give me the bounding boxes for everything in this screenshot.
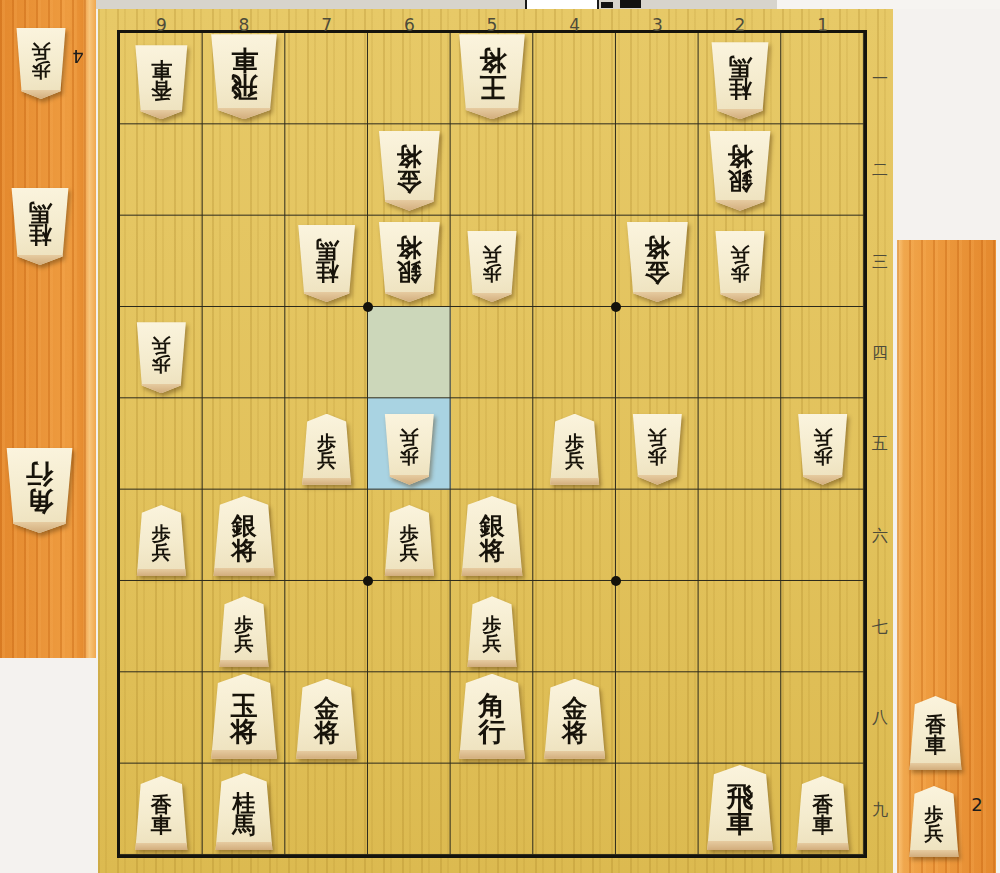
kanji-char: 兵 (483, 246, 502, 265)
file-label-4: 4 (533, 15, 616, 35)
square-68[interactable] (368, 672, 451, 763)
kanji-char: 金 (645, 259, 670, 284)
kanji-char: 歩 (400, 524, 419, 543)
piece-kanji-label: 歩兵 (136, 505, 186, 576)
piece-kanji-label: 銀将 (461, 496, 523, 576)
square-37[interactable] (616, 581, 699, 672)
star-point (363, 576, 373, 586)
square-95[interactable] (120, 398, 203, 489)
piece-gote-king-51[interactable]: 王将 (459, 34, 526, 119)
square-71[interactable] (285, 33, 368, 124)
kanji-char: 将 (562, 721, 587, 746)
square-27[interactable] (699, 581, 782, 672)
kanji-char: 将 (397, 235, 422, 260)
kanji-char: 車 (925, 735, 946, 756)
piece-kanji-label: 歩兵 (715, 231, 765, 302)
piece-sente-silver-56[interactable]: 銀将 (461, 496, 523, 576)
square-24[interactable] (699, 307, 782, 398)
toolbar-kanji-fragment-icon (601, 2, 613, 8)
kanji-char: 車 (812, 815, 833, 836)
piece-kanji-label: 飛車 (707, 765, 774, 850)
kanji-char: 兵 (400, 543, 419, 562)
piece-sente-gold-48[interactable]: 金将 (544, 679, 606, 759)
kanji-char: 将 (232, 539, 257, 564)
hand-count-gote-pawn: 4 (68, 46, 88, 67)
piece-sente-pawn-87[interactable]: 歩兵 (219, 596, 269, 667)
piece-kanji-label: 金将 (544, 679, 606, 759)
square-32[interactable] (616, 124, 699, 215)
piece-kanji-label: 香車 (909, 696, 962, 770)
file-label-6: 6 (368, 15, 451, 35)
square-52[interactable] (451, 124, 534, 215)
rank-label-3: 三 (868, 216, 892, 307)
square-92[interactable] (120, 124, 203, 215)
piece-kanji-label: 銀将 (213, 496, 275, 576)
kanji-char: 将 (314, 721, 339, 746)
square-61[interactable] (368, 33, 451, 124)
piece-gote-knight-21[interactable]: 桂馬 (711, 42, 769, 119)
square-85[interactable] (203, 398, 286, 489)
kanji-char: 歩 (925, 805, 944, 824)
komadai-sente: 香車歩兵2 (897, 240, 996, 873)
kanji-char: 歩 (648, 447, 667, 466)
piece-sente-knight-89[interactable]: 桂馬 (215, 773, 273, 850)
piece-kanji-label: 角行 (6, 448, 73, 533)
square-36[interactable] (616, 490, 699, 581)
square-12[interactable] (781, 124, 864, 215)
square-46[interactable] (533, 490, 616, 581)
square-97[interactable] (120, 581, 203, 672)
kanji-char: 兵 (648, 428, 667, 447)
kanji-char: 銀 (397, 259, 422, 284)
square-13[interactable] (781, 216, 864, 307)
kanji-char: 馬 (233, 814, 256, 837)
piece-gote-pawn-in-hand[interactable]: 歩兵 (16, 28, 66, 99)
kanji-char: 行 (26, 461, 53, 487)
file-label-3: 3 (616, 15, 699, 35)
square-34[interactable] (616, 307, 699, 398)
piece-gote-knight-73[interactable]: 桂馬 (298, 225, 356, 302)
kanji-char: 車 (727, 810, 754, 836)
piece-kanji-label: 歩兵 (467, 596, 517, 667)
file-label-5: 5 (451, 15, 534, 35)
kanji-char: 兵 (152, 543, 171, 562)
kanji-char: 車 (151, 815, 172, 836)
star-point (611, 576, 621, 586)
piece-kanji-label: 香車 (796, 776, 849, 850)
square-25[interactable] (699, 398, 782, 489)
kanji-char: 兵 (813, 428, 832, 447)
piece-kanji-label: 歩兵 (798, 414, 848, 485)
file-label-7: 7 (285, 15, 368, 35)
square-18[interactable] (781, 672, 864, 763)
piece-sente-silver-86[interactable]: 銀将 (213, 496, 275, 576)
kanji-char: 兵 (483, 634, 502, 653)
hand-count-sente-pawn: 2 (967, 794, 987, 815)
piece-kanji-label: 桂馬 (298, 225, 356, 302)
kanji-char: 歩 (152, 524, 171, 543)
square-11[interactable] (781, 33, 864, 124)
toolbar-remnant (96, 0, 1000, 9)
kanji-char: 銀 (728, 168, 753, 193)
piece-gote-gold-62[interactable]: 金将 (378, 131, 440, 211)
piece-gote-lance-91[interactable]: 香車 (135, 45, 188, 119)
toolbar-background-right (777, 0, 1000, 9)
square-31[interactable] (616, 33, 699, 124)
kanji-char: 兵 (731, 246, 750, 265)
kanji-char: 香 (925, 715, 946, 736)
piece-sente-pawn-96[interactable]: 歩兵 (136, 505, 186, 576)
square-42[interactable] (533, 124, 616, 215)
kanji-char: 角 (26, 488, 53, 514)
square-67[interactable] (368, 581, 451, 672)
square-26[interactable] (699, 490, 782, 581)
piece-kanji-label: 桂馬 (215, 773, 273, 850)
piece-gote-rook-81[interactable]: 飛車 (211, 34, 278, 119)
piece-gote-bishop-in-hand[interactable]: 角行 (6, 448, 73, 533)
kanji-char: 兵 (925, 824, 944, 843)
square-47[interactable] (533, 581, 616, 672)
piece-gote-pawn-94[interactable]: 歩兵 (136, 322, 186, 393)
square-38[interactable] (616, 672, 699, 763)
kanji-char: 桂 (233, 792, 256, 815)
piece-gote-pawn-65[interactable]: 歩兵 (384, 414, 434, 485)
piece-sente-gold-78[interactable]: 金将 (296, 679, 358, 759)
piece-kanji-label: 歩兵 (384, 505, 434, 576)
piece-kanji-label: 玉将 (211, 674, 278, 759)
piece-kanji-label: 香車 (135, 45, 188, 119)
kanji-char: 兵 (32, 43, 51, 62)
piece-kanji-label: 桂馬 (711, 42, 769, 119)
piece-gote-gold-33[interactable]: 金将 (626, 222, 688, 302)
kanji-char: 将 (728, 143, 753, 168)
square-39[interactable] (616, 764, 699, 855)
piece-kanji-label: 金将 (626, 222, 688, 302)
piece-kanji-label: 飛車 (211, 34, 278, 119)
piece-kanji-label: 金将 (296, 679, 358, 759)
kanji-char: 歩 (731, 264, 750, 283)
piece-kanji-label: 歩兵 (302, 414, 352, 485)
kanji-char: 桂 (29, 224, 52, 247)
kanji-char: 歩 (483, 264, 502, 283)
rank-label-8: 八 (868, 672, 892, 763)
square-64[interactable] (368, 307, 451, 398)
file-label-1: 1 (781, 15, 864, 35)
piece-sente-lance-19[interactable]: 香車 (796, 776, 849, 850)
piece-kanji-label: 王将 (459, 34, 526, 119)
piece-sente-bishop-58[interactable]: 角行 (459, 674, 526, 759)
piece-gote-pawn-23[interactable]: 歩兵 (715, 231, 765, 302)
kanji-char: 将 (479, 47, 506, 73)
piece-kanji-label: 歩兵 (550, 414, 600, 485)
komadai-gote: 歩兵4桂馬角行 (0, 0, 96, 658)
piece-kanji-label: 歩兵 (909, 786, 959, 857)
square-69[interactable] (368, 764, 451, 855)
piece-gote-pawn-35[interactable]: 歩兵 (632, 414, 682, 485)
kanji-char: 将 (231, 719, 258, 745)
kanji-char: 行 (479, 719, 506, 745)
kanji-char: 桂 (315, 261, 338, 284)
kanji-char: 兵 (317, 451, 336, 470)
star-point (363, 302, 373, 312)
square-55[interactable] (451, 398, 534, 489)
piece-sente-pawn-66[interactable]: 歩兵 (384, 505, 434, 576)
piece-sente-rook-29[interactable]: 飛車 (707, 765, 774, 850)
kanji-char: 兵 (235, 634, 254, 653)
square-98[interactable] (120, 672, 203, 763)
piece-gote-pawn-53[interactable]: 歩兵 (467, 231, 517, 302)
piece-kanji-label: 歩兵 (136, 322, 186, 393)
kanji-char: 将 (645, 235, 670, 260)
kanji-char: 車 (151, 59, 172, 80)
piece-kanji-label: 歩兵 (16, 28, 66, 99)
square-77[interactable] (285, 581, 368, 672)
square-79[interactable] (285, 764, 368, 855)
piece-kanji-label: 銀将 (709, 131, 771, 211)
piece-sente-lance-99[interactable]: 香車 (135, 776, 188, 850)
rank-label-7: 七 (868, 581, 892, 672)
kanji-char: 香 (151, 80, 172, 101)
kanji-char: 兵 (152, 337, 171, 356)
toolbar-background (96, 0, 777, 9)
piece-kanji-label: 歩兵 (632, 414, 682, 485)
piece-kanji-label: 歩兵 (467, 231, 517, 302)
kanji-char: 兵 (400, 428, 419, 447)
kanji-char: 歩 (813, 447, 832, 466)
kanji-char: 馬 (729, 56, 752, 79)
kanji-char: 車 (231, 47, 258, 73)
rank-label-9: 九 (868, 764, 892, 855)
piece-sente-pawn-45[interactable]: 歩兵 (550, 414, 600, 485)
piece-kanji-label: 角行 (459, 674, 526, 759)
shogi-board: 香車飛車王将桂馬金将銀将桂馬銀将歩兵金将歩兵歩兵歩兵歩兵歩兵歩兵歩兵歩兵銀将歩兵… (98, 9, 893, 873)
kanji-char: 歩 (152, 356, 171, 375)
square-41[interactable] (533, 33, 616, 124)
square-82[interactable] (203, 124, 286, 215)
toolbar-kanji-fragment-icon (620, 0, 641, 8)
kanji-char: 桂 (729, 78, 752, 101)
kanji-char: 兵 (565, 451, 584, 470)
kanji-char: 馬 (29, 201, 52, 224)
square-43[interactable] (533, 216, 616, 307)
rank-label-6: 六 (868, 490, 892, 581)
piece-sente-pawn-75[interactable]: 歩兵 (302, 414, 352, 485)
piece-kanji-label: 香車 (135, 776, 188, 850)
square-84[interactable] (203, 307, 286, 398)
kanji-char: 将 (397, 143, 422, 168)
piece-sente-pawn-in-hand[interactable]: 歩兵 (909, 786, 959, 857)
rank-label-2: 二 (868, 124, 892, 215)
square-28[interactable] (699, 672, 782, 763)
kanji-char: 将 (480, 539, 505, 564)
piece-kanji-label: 金将 (378, 131, 440, 211)
piece-gote-silver-63[interactable]: 銀将 (378, 222, 440, 302)
square-83[interactable] (203, 216, 286, 307)
kanji-char: 香 (812, 795, 833, 816)
piece-sente-lance-in-hand[interactable]: 香車 (909, 696, 962, 770)
square-17[interactable] (781, 581, 864, 672)
square-76[interactable] (285, 490, 368, 581)
piece-kanji-label: 銀将 (378, 222, 440, 302)
square-16[interactable] (781, 490, 864, 581)
piece-kanji-label: 桂馬 (11, 188, 69, 265)
file-label-9: 9 (120, 15, 203, 35)
kanji-char: 王 (479, 74, 506, 100)
rank-label-5: 五 (868, 398, 892, 489)
piece-gote-pawn-15[interactable]: 歩兵 (798, 414, 848, 485)
kanji-char: 飛 (231, 74, 258, 100)
kanji-char: 歩 (32, 61, 51, 80)
piece-gote-knight-in-hand[interactable]: 桂馬 (11, 188, 69, 265)
kanji-char: 馬 (315, 238, 338, 261)
kanji-char: 香 (151, 795, 172, 816)
star-point (611, 302, 621, 312)
piece-gote-silver-22[interactable]: 銀将 (709, 131, 771, 211)
square-54[interactable] (451, 307, 534, 398)
piece-kanji-label: 歩兵 (384, 414, 434, 485)
kanji-char: 歩 (400, 447, 419, 466)
file-label-8: 8 (203, 15, 286, 35)
rank-label-4: 四 (868, 307, 892, 398)
piece-sente-king-88[interactable]: 玉将 (211, 674, 278, 759)
square-72[interactable] (285, 124, 368, 215)
square-74[interactable] (285, 307, 368, 398)
file-label-2: 2 (699, 15, 782, 35)
square-49[interactable] (533, 764, 616, 855)
piece-sente-pawn-57[interactable]: 歩兵 (467, 596, 517, 667)
square-14[interactable] (781, 307, 864, 398)
piece-kanji-label: 歩兵 (219, 596, 269, 667)
square-59[interactable] (451, 764, 534, 855)
square-44[interactable] (533, 307, 616, 398)
square-93[interactable] (120, 216, 203, 307)
rank-label-1: 一 (868, 33, 892, 124)
board-grid: 香車飛車王将桂馬金将銀将桂馬銀将歩兵金将歩兵歩兵歩兵歩兵歩兵歩兵歩兵歩兵銀将歩兵… (117, 30, 867, 858)
kanji-char: 金 (397, 168, 422, 193)
